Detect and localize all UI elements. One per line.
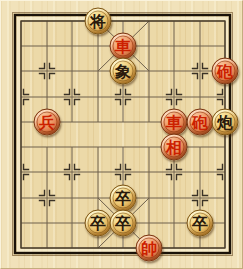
piece-red-elephant[interactable]: 相 [161,134,188,161]
piece-black-cannon[interactable]: 炮 [212,109,239,136]
piece-red-cannon-a[interactable]: 砲 [212,58,239,85]
piece-red-chariot-b[interactable]: 車 [161,109,188,136]
piece-glyph: 車 [115,39,131,55]
piece-glyph: 車 [166,115,182,131]
piece-black-elephant[interactable]: 象 [110,58,137,85]
piece-glyph: 砲 [217,64,233,80]
piece-red-chariot-a[interactable]: 車 [110,33,137,60]
piece-glyph: 将 [90,14,106,30]
piece-glyph: 卒 [192,216,208,232]
piece-red-general[interactable]: 帥 [136,235,163,262]
piece-black-soldier-c[interactable]: 卒 [110,210,137,237]
piece-glyph: 卒 [115,216,131,232]
piece-glyph: 炮 [217,115,233,131]
piece-glyph: 象 [115,64,131,80]
xiangqi-board[interactable]: 将車象砲兵車砲炮相卒卒卒卒帥 [0,0,243,269]
piece-black-general[interactable]: 将 [85,8,112,35]
piece-glyph: 相 [166,140,182,156]
piece-glyph: 帥 [141,241,157,257]
piece-black-soldier-b[interactable]: 卒 [85,210,112,237]
piece-red-soldier[interactable]: 兵 [34,109,61,136]
piece-glyph: 卒 [115,191,131,207]
piece-red-cannon-b[interactable]: 砲 [187,109,214,136]
piece-glyph: 兵 [39,115,55,131]
piece-glyph: 卒 [90,216,106,232]
piece-black-soldier-d[interactable]: 卒 [187,210,214,237]
piece-glyph: 砲 [192,115,208,131]
piece-black-soldier-a[interactable]: 卒 [110,185,137,212]
